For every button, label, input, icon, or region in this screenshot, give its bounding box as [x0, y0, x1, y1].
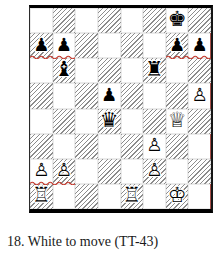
white-pawn-f3: ♙	[146, 136, 162, 154]
square-f4	[143, 109, 166, 134]
square-h2	[188, 159, 211, 184]
square-a4	[30, 109, 53, 134]
square-g6	[166, 58, 189, 83]
square-f7	[143, 33, 166, 58]
square-g7: ♟	[166, 33, 189, 58]
white-queen-g4: ♕	[168, 110, 187, 131]
square-d6	[98, 58, 121, 83]
square-h7: ♟	[188, 33, 211, 58]
square-h6	[188, 58, 211, 83]
white-pawn-f2: ♙	[146, 161, 162, 179]
square-b7: ♟	[53, 33, 76, 58]
square-b1	[53, 184, 76, 209]
white-pawn-b2: ♙	[56, 161, 72, 179]
black-rook-f6: ♜	[145, 59, 164, 80]
white-rook-e1: ♖	[122, 185, 141, 206]
square-d8	[98, 8, 121, 33]
square-c3	[75, 134, 98, 159]
square-a8	[30, 8, 53, 33]
square-c4	[75, 109, 98, 134]
square-c2	[75, 159, 98, 184]
diagram-caption: 18. White to move (TT-43)	[7, 234, 158, 250]
square-g4: ♕	[166, 109, 189, 134]
square-h8	[188, 8, 211, 33]
square-e5	[121, 83, 144, 108]
white-rook-a1: ♖	[32, 185, 51, 206]
black-pawn-b7: ♟	[56, 36, 72, 54]
square-e6	[121, 58, 144, 83]
square-f1	[143, 184, 166, 209]
square-h5: ♙	[188, 83, 211, 108]
square-d4: ♛	[98, 109, 121, 134]
square-h4	[188, 109, 211, 134]
square-b8	[53, 8, 76, 33]
square-g3	[166, 134, 189, 159]
square-e1: ♖	[121, 184, 144, 209]
white-king-g1: ♔	[168, 185, 187, 206]
chess-diagram-page: ♚♟♟♟♟♝♜♟♙♛♕♙♙♙♙♖♖♔ 18. White to move (TT…	[0, 0, 216, 258]
white-pawn-a2: ♙	[33, 161, 49, 179]
square-g1: ♔	[166, 184, 189, 209]
square-h1	[188, 184, 211, 209]
square-f2: ♙	[143, 159, 166, 184]
square-b2: ♙	[53, 159, 76, 184]
square-a2: ♙	[30, 159, 53, 184]
square-f3: ♙	[143, 134, 166, 159]
square-c8	[75, 8, 98, 33]
square-e3	[121, 134, 144, 159]
white-pawn-h5: ♙	[192, 86, 208, 104]
square-b3	[53, 134, 76, 159]
black-queen-d4: ♛	[100, 110, 119, 131]
square-b5	[53, 83, 76, 108]
square-d1	[98, 184, 121, 209]
square-e2	[121, 159, 144, 184]
square-g2	[166, 159, 189, 184]
black-pawn-d5: ♟	[101, 86, 117, 104]
square-f8	[143, 8, 166, 33]
square-a3	[30, 134, 53, 159]
square-a1: ♖	[30, 184, 53, 209]
square-e4	[121, 109, 144, 134]
square-g8: ♚	[166, 8, 189, 33]
square-d7	[98, 33, 121, 58]
black-pawn-a7: ♟	[33, 36, 49, 54]
square-f5	[143, 83, 166, 108]
square-d5: ♟	[98, 83, 121, 108]
square-e7	[121, 33, 144, 58]
square-d3	[98, 134, 121, 159]
square-c5	[75, 83, 98, 108]
square-b6: ♝	[53, 58, 76, 83]
square-c6	[75, 58, 98, 83]
square-c1	[75, 184, 98, 209]
black-king-g8: ♚	[168, 9, 187, 30]
black-pawn-g7: ♟	[169, 36, 185, 54]
square-h3	[188, 134, 211, 159]
square-d2	[98, 159, 121, 184]
black-bishop-b6: ♝	[55, 59, 74, 80]
square-a6	[30, 58, 53, 83]
square-e8	[121, 8, 144, 33]
square-a7: ♟	[30, 33, 53, 58]
square-a5	[30, 83, 53, 108]
square-b4	[53, 109, 76, 134]
square-g5	[166, 83, 189, 108]
square-f6: ♜	[143, 58, 166, 83]
chess-board: ♚♟♟♟♟♝♜♟♙♛♕♙♙♙♙♖♖♔	[29, 5, 213, 213]
black-pawn-h7: ♟	[192, 36, 208, 54]
square-c7	[75, 33, 98, 58]
